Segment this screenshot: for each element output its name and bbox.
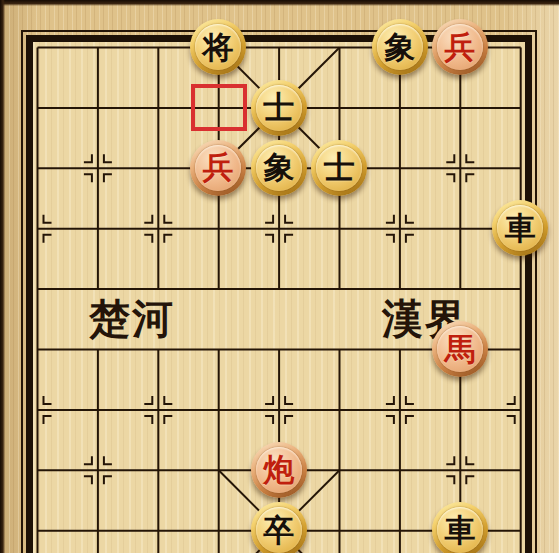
black-elephant[interactable]: 象	[251, 140, 307, 196]
board-cell: 象	[369, 17, 429, 77]
black-advisor-glyph: 士	[263, 92, 294, 123]
board-cell: 士	[309, 138, 369, 198]
black-advisor-glyph: 士	[324, 152, 355, 183]
black-elephant-glyph: 象	[384, 32, 415, 63]
board-cell: 兵	[430, 17, 490, 77]
black-advisor[interactable]: 士	[251, 80, 307, 136]
black-chariot[interactable]: 車	[432, 502, 488, 553]
board-cell: 車	[430, 500, 490, 553]
black-chariot[interactable]: 車	[492, 200, 548, 256]
xiangqi-board[interactable]: 楚河 漢界 将象兵士兵象士車馬炮卒車	[0, 0, 559, 553]
black-advisor[interactable]: 士	[311, 140, 367, 196]
board-cell: 炮	[249, 440, 309, 500]
black-elephant[interactable]: 象	[372, 19, 428, 75]
wood-edge-left	[0, 0, 5, 553]
red-soldier-glyph: 兵	[444, 32, 475, 63]
board-cell: 象	[249, 138, 309, 198]
board-cell: 馬	[430, 319, 490, 379]
red-cannon[interactable]: 炮	[251, 442, 307, 498]
board-cell: 車	[490, 198, 550, 258]
red-horse-glyph: 馬	[444, 334, 475, 365]
red-cannon-glyph: 炮	[263, 454, 294, 485]
black-chariot-glyph: 車	[505, 213, 536, 244]
black-general[interactable]: 将	[190, 19, 246, 75]
red-soldier[interactable]: 兵	[432, 19, 488, 75]
wood-edge-top	[0, 0, 559, 6]
piece-grid: 将象兵士兵象士車馬炮卒車	[7, 17, 551, 553]
black-general-glyph: 将	[203, 32, 234, 63]
board-cell: 兵	[188, 138, 248, 198]
board-cell: 卒	[249, 500, 309, 553]
red-soldier[interactable]: 兵	[190, 140, 246, 196]
red-horse[interactable]: 馬	[432, 321, 488, 377]
red-soldier-glyph: 兵	[203, 152, 234, 183]
board-cell: 士	[249, 77, 309, 137]
black-elephant-glyph: 象	[263, 152, 294, 183]
black-soldier[interactable]: 卒	[251, 502, 307, 553]
black-soldier-glyph: 卒	[263, 515, 294, 546]
board-cell: 将	[188, 17, 248, 77]
black-chariot-glyph: 車	[444, 515, 475, 546]
